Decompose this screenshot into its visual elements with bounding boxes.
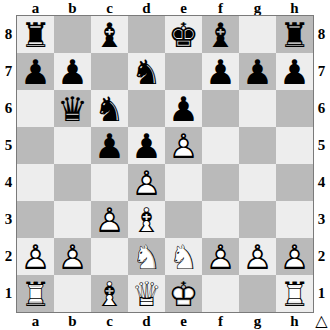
square-e8[interactable]: ♚	[165, 16, 202, 53]
rank-label-8: 8	[313, 16, 330, 53]
piece-white-pawn: ♟♙	[17, 238, 54, 275]
piece-white-pawn: ♟♙	[202, 238, 239, 275]
white-pawn-outline: ♙	[202, 238, 239, 275]
rank-label-8: 8	[0, 16, 17, 53]
rank-label-1: 1	[313, 275, 330, 312]
rank-label-2: 2	[313, 238, 330, 275]
corner-bottom-left	[0, 312, 17, 330]
piece-black-bishop: ♝	[91, 16, 128, 53]
piece-white-rook: ♜♖	[17, 275, 54, 312]
piece-black-pawn: ♟	[239, 53, 276, 90]
white-pawn-outline: ♙	[239, 238, 276, 275]
rank-label-6: 6	[0, 90, 17, 127]
rank-label-5: 5	[0, 127, 17, 164]
rank-label-4: 4	[313, 164, 330, 201]
piece-black-pawn: ♟	[276, 53, 313, 90]
white-to-move-triangle-icon: △	[315, 312, 327, 330]
square-e1[interactable]: ♚♔	[165, 275, 202, 312]
piece-black-pawn: ♟	[17, 53, 54, 90]
square-d7[interactable]: ♞	[128, 53, 165, 90]
rank-labels-left: 87654321	[0, 16, 17, 312]
square-c5[interactable]: ♟	[91, 127, 128, 164]
file-label-d: d	[128, 0, 165, 16]
file-label-g: g	[239, 0, 276, 16]
square-f1[interactable]	[202, 275, 239, 312]
square-c7[interactable]	[91, 53, 128, 90]
file-labels-top: abcdefgh	[17, 0, 313, 16]
file-label-a: a	[17, 0, 54, 16]
square-a8[interactable]: ♜	[17, 16, 54, 53]
rank-label-1: 1	[0, 275, 17, 312]
piece-black-pawn: ♟	[165, 90, 202, 127]
square-h1[interactable]: ♜♖	[276, 275, 313, 312]
square-g7[interactable]: ♟	[239, 53, 276, 90]
square-h8[interactable]: ♜	[276, 16, 313, 53]
piece-white-pawn: ♟♙	[91, 201, 128, 238]
white-pawn-outline: ♙	[91, 201, 128, 238]
white-pawn-outline: ♙	[17, 238, 54, 275]
square-d1[interactable]: ♛♕	[128, 275, 165, 312]
square-h2[interactable]: ♟♙	[276, 238, 313, 275]
square-g8[interactable]	[239, 16, 276, 53]
file-labels-bottom: abcdefgh	[17, 312, 313, 330]
square-a1[interactable]: ♜♖	[17, 275, 54, 312]
file-label-e: e	[165, 0, 202, 16]
square-c8[interactable]: ♝	[91, 16, 128, 53]
corner-top-right	[313, 0, 330, 16]
piece-black-king: ♚	[165, 16, 202, 53]
square-d3[interactable]: ♝♗	[128, 201, 165, 238]
file-label-a: a	[17, 312, 54, 330]
square-c1[interactable]: ♝♗	[91, 275, 128, 312]
rank-label-6: 6	[313, 90, 330, 127]
white-knight-outline: ♘	[165, 238, 202, 275]
piece-white-pawn: ♟♙	[128, 164, 165, 201]
square-e4[interactable]	[165, 164, 202, 201]
white-king-outline: ♔	[165, 275, 202, 312]
chess-diagram: abcdefgh 87654321 ♜♝♚♝♜♟♟♞♟♟♟♛♞♟♟♟♟♙♟♙♟♙…	[0, 0, 330, 330]
square-f8[interactable]: ♝	[202, 16, 239, 53]
file-label-g: g	[239, 312, 276, 330]
rank-label-5: 5	[313, 127, 330, 164]
square-c3[interactable]: ♟♙	[91, 201, 128, 238]
piece-white-bishop: ♝♗	[128, 201, 165, 238]
square-a5[interactable]	[17, 127, 54, 164]
file-label-d: d	[128, 312, 165, 330]
white-pawn-outline: ♙	[54, 238, 91, 275]
rank-label-4: 4	[0, 164, 17, 201]
piece-black-pawn: ♟	[202, 53, 239, 90]
piece-white-pawn: ♟♙	[165, 127, 202, 164]
file-label-c: c	[91, 312, 128, 330]
square-f6[interactable]	[202, 90, 239, 127]
square-a4[interactable]	[17, 164, 54, 201]
square-a3[interactable]	[17, 201, 54, 238]
piece-white-knight: ♞♘	[128, 238, 165, 275]
square-f2[interactable]: ♟♙	[202, 238, 239, 275]
square-f4[interactable]	[202, 164, 239, 201]
square-a2[interactable]: ♟♙	[17, 238, 54, 275]
square-g3[interactable]	[239, 201, 276, 238]
square-h3[interactable]	[276, 201, 313, 238]
rank-label-3: 3	[313, 201, 330, 238]
file-label-b: b	[54, 0, 91, 16]
square-a6[interactable]	[17, 90, 54, 127]
rank-label-7: 7	[313, 53, 330, 90]
square-g2[interactable]: ♟♙	[239, 238, 276, 275]
square-d4[interactable]: ♟♙	[128, 164, 165, 201]
file-label-b: b	[54, 312, 91, 330]
square-d2[interactable]: ♞♘	[128, 238, 165, 275]
square-a7[interactable]: ♟	[17, 53, 54, 90]
square-e3[interactable]	[165, 201, 202, 238]
square-g5[interactable]	[239, 127, 276, 164]
square-e2[interactable]: ♞♘	[165, 238, 202, 275]
white-rook-outline: ♖	[276, 275, 313, 312]
square-c6[interactable]: ♞	[91, 90, 128, 127]
square-h6[interactable]	[276, 90, 313, 127]
square-b4[interactable]	[54, 164, 91, 201]
square-d5[interactable]: ♟	[128, 127, 165, 164]
piece-black-rook: ♜	[276, 16, 313, 53]
square-d6[interactable]	[128, 90, 165, 127]
square-g4[interactable]	[239, 164, 276, 201]
white-knight-outline: ♘	[128, 238, 165, 275]
piece-white-rook: ♜♖	[276, 275, 313, 312]
piece-black-pawn: ♟	[128, 127, 165, 164]
rank-label-7: 7	[0, 53, 17, 90]
square-h4[interactable]	[276, 164, 313, 201]
square-e6[interactable]: ♟	[165, 90, 202, 127]
side-to-move-indicator: △	[313, 312, 330, 330]
white-queen-outline: ♕	[128, 275, 165, 312]
piece-black-bishop: ♝	[202, 16, 239, 53]
file-label-e: e	[165, 312, 202, 330]
rank-labels-right: 87654321	[313, 16, 330, 312]
piece-black-pawn: ♟	[91, 127, 128, 164]
white-bishop-outline: ♗	[91, 275, 128, 312]
piece-black-queen: ♛	[54, 90, 91, 127]
piece-black-pawn: ♟	[54, 53, 91, 90]
square-h5[interactable]	[276, 127, 313, 164]
square-c2[interactable]	[91, 238, 128, 275]
square-b7[interactable]: ♟	[54, 53, 91, 90]
file-label-h: h	[276, 0, 313, 16]
square-h7[interactable]: ♟	[276, 53, 313, 90]
square-d8[interactable]	[128, 16, 165, 53]
piece-white-pawn: ♟♙	[276, 238, 313, 275]
piece-black-rook: ♜	[17, 16, 54, 53]
square-f7[interactable]: ♟	[202, 53, 239, 90]
white-pawn-outline: ♙	[128, 164, 165, 201]
piece-white-bishop: ♝♗	[91, 275, 128, 312]
corner-top-left	[0, 0, 17, 16]
white-pawn-outline: ♙	[165, 127, 202, 164]
piece-white-pawn: ♟♙	[239, 238, 276, 275]
piece-white-pawn: ♟♙	[54, 238, 91, 275]
square-b6[interactable]: ♛	[54, 90, 91, 127]
piece-white-king: ♚♔	[165, 275, 202, 312]
file-label-f: f	[202, 0, 239, 16]
file-label-f: f	[202, 312, 239, 330]
rank-label-2: 2	[0, 238, 17, 275]
square-f3[interactable]	[202, 201, 239, 238]
white-rook-outline: ♖	[17, 275, 54, 312]
square-b3[interactable]	[54, 201, 91, 238]
square-g1[interactable]	[239, 275, 276, 312]
white-pawn-outline: ♙	[276, 238, 313, 275]
white-bishop-outline: ♗	[128, 201, 165, 238]
piece-white-queen: ♛♕	[128, 275, 165, 312]
file-label-h: h	[276, 312, 313, 330]
square-e5[interactable]: ♟♙	[165, 127, 202, 164]
square-b1[interactable]	[54, 275, 91, 312]
square-b8[interactable]	[54, 16, 91, 53]
square-g6[interactable]	[239, 90, 276, 127]
piece-white-knight: ♞♘	[165, 238, 202, 275]
piece-black-knight: ♞	[128, 53, 165, 90]
square-e7[interactable]	[165, 53, 202, 90]
piece-black-knight: ♞	[91, 90, 128, 127]
square-b2[interactable]: ♟♙	[54, 238, 91, 275]
square-f5[interactable]	[202, 127, 239, 164]
chess-board: ♜♝♚♝♜♟♟♞♟♟♟♛♞♟♟♟♟♙♟♙♟♙♝♗♟♙♟♙♞♘♞♘♟♙♟♙♟♙♜♖…	[17, 16, 313, 312]
square-c4[interactable]	[91, 164, 128, 201]
square-b5[interactable]	[54, 127, 91, 164]
rank-label-3: 3	[0, 201, 17, 238]
file-label-c: c	[91, 0, 128, 16]
